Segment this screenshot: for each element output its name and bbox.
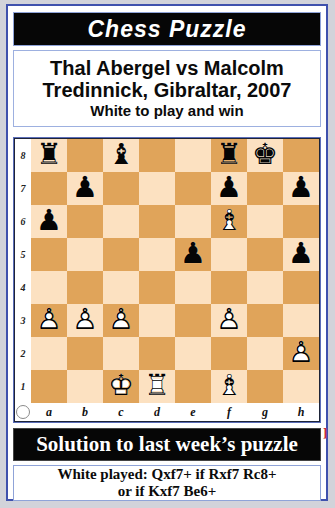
piece-black-king-g8: ♚ — [247, 139, 283, 172]
square-c3: ♟♙ — [103, 304, 139, 337]
puzzle-instruction: White to play and win — [90, 102, 243, 120]
solution-line-2: or if Kxf7 Be6+ — [118, 483, 217, 500]
square-h4 — [283, 271, 319, 304]
square-d8 — [139, 139, 175, 172]
rank-label-3: 3 — [15, 304, 31, 337]
square-c5 — [103, 238, 139, 271]
square-f8: ♜ — [211, 139, 247, 172]
board-corner-cell — [15, 403, 31, 421]
piece-black-pawn-h5: ♟ — [283, 238, 319, 271]
square-e1 — [175, 370, 211, 403]
square-d4 — [139, 271, 175, 304]
rank-label-5: 5 — [15, 238, 31, 271]
solution-text-box: White played: Qxf7+ if Rxf7 Rc8+ or if K… — [13, 465, 321, 501]
square-b1 — [67, 370, 103, 403]
square-d3 — [139, 304, 175, 337]
square-f1: ♝♗ — [211, 370, 247, 403]
file-label-c: c — [103, 403, 139, 421]
players-line-1: Thal Abergel vs Malcolm — [50, 57, 284, 79]
players-box: Thal Abergel vs Malcolm Tredinnick, Gibr… — [13, 50, 321, 127]
square-b6 — [67, 205, 103, 238]
square-e8 — [175, 139, 211, 172]
square-g4 — [247, 271, 283, 304]
file-label-d: d — [139, 403, 175, 421]
square-d7 — [139, 172, 175, 205]
solution-heading: Solution to last week’s puzzle — [36, 432, 298, 457]
square-g2 — [247, 337, 283, 370]
piece-black-pawn-e5: ♟ — [175, 238, 211, 271]
piece-black-bishop-c8: ♝ — [103, 139, 139, 172]
square-h2: ♟♙ — [283, 337, 319, 370]
red-artifact-mark: ] — [323, 426, 327, 441]
solution-bar: Solution to last week’s puzzle ] — [13, 428, 321, 461]
square-f6: ♝♗ — [211, 205, 247, 238]
square-c6 — [103, 205, 139, 238]
square-a4 — [31, 271, 67, 304]
rank-label-8: 8 — [15, 139, 31, 172]
piece-black-rook-f8: ♜ — [211, 139, 247, 172]
piece-black-pawn-b7: ♟ — [67, 172, 103, 205]
file-label-b: b — [67, 403, 103, 421]
square-a6: ♟ — [31, 205, 67, 238]
square-g3 — [247, 304, 283, 337]
square-e4 — [175, 271, 211, 304]
square-a3: ♟♙ — [31, 304, 67, 337]
square-a2 — [31, 337, 67, 370]
piece-black-pawn-f7: ♟ — [211, 172, 247, 205]
rank-label-2: 2 — [15, 337, 31, 370]
rank-label-1: 1 — [15, 370, 31, 403]
file-label-g: g — [247, 403, 283, 421]
square-a5 — [31, 238, 67, 271]
square-b3: ♟♙ — [67, 304, 103, 337]
square-c8: ♝ — [103, 139, 139, 172]
file-label-a: a — [31, 403, 67, 421]
piece-white-pawn-a3: ♟♙ — [31, 304, 67, 337]
square-h3 — [283, 304, 319, 337]
square-e3 — [175, 304, 211, 337]
square-b7: ♟ — [67, 172, 103, 205]
square-c1: ♚♔ — [103, 370, 139, 403]
square-h8 — [283, 139, 319, 172]
square-b8 — [67, 139, 103, 172]
file-label-f: f — [211, 403, 247, 421]
rank-label-7: 7 — [15, 172, 31, 205]
square-h6 — [283, 205, 319, 238]
square-e6 — [175, 205, 211, 238]
square-d1: ♜♖ — [139, 370, 175, 403]
square-g1 — [247, 370, 283, 403]
square-c7 — [103, 172, 139, 205]
square-b2 — [67, 337, 103, 370]
piece-white-rook-d1: ♜♖ — [139, 370, 175, 403]
square-d2 — [139, 337, 175, 370]
square-c4 — [103, 271, 139, 304]
square-f7: ♟ — [211, 172, 247, 205]
file-label-h: h — [283, 403, 319, 421]
rank-label-4: 4 — [15, 271, 31, 304]
players-line-2: Tredinnick, Gibraltar, 2007 — [42, 79, 291, 101]
square-g6 — [247, 205, 283, 238]
square-e2 — [175, 337, 211, 370]
piece-black-pawn-h7: ♟ — [283, 172, 319, 205]
piece-black-pawn-a6: ♟ — [31, 205, 67, 238]
square-h1 — [283, 370, 319, 403]
square-a8: ♜ — [31, 139, 67, 172]
piece-white-king-c1: ♚♔ — [103, 370, 139, 403]
title-bar: Chess Puzzle — [13, 12, 321, 46]
square-c2 — [103, 337, 139, 370]
piece-white-bishop-f6: ♝♗ — [211, 205, 247, 238]
side-to-move-indicator — [16, 405, 30, 419]
solution-line-1: White played: Qxf7+ if Rxf7 Rc8+ — [57, 466, 276, 483]
piece-white-pawn-b3: ♟♙ — [67, 304, 103, 337]
board-grid: 8♜♝♜♚7♟♟♟6♟♝♗5♟♟43♟♙♟♙♟♙♟♙2♟♙1♚♔♜♖♝♗abcd… — [15, 139, 319, 421]
square-a7 — [31, 172, 67, 205]
square-d5 — [139, 238, 175, 271]
square-e5: ♟ — [175, 238, 211, 271]
piece-white-pawn-h2: ♟♙ — [283, 337, 319, 370]
square-b5 — [67, 238, 103, 271]
page-title: Chess Puzzle — [88, 16, 247, 43]
square-g7 — [247, 172, 283, 205]
piece-white-pawn-c3: ♟♙ — [103, 304, 139, 337]
chess-board: 8♜♝♜♚7♟♟♟6♟♝♗5♟♟43♟♙♟♙♟♙♟♙2♟♙1♚♔♜♖♝♗abcd… — [14, 138, 320, 422]
piece-white-bishop-f1: ♝♗ — [211, 370, 247, 403]
square-b4 — [67, 271, 103, 304]
square-g8: ♚ — [247, 139, 283, 172]
square-f3: ♟♙ — [211, 304, 247, 337]
piece-white-pawn-f3: ♟♙ — [211, 304, 247, 337]
square-d6 — [139, 205, 175, 238]
square-e7 — [175, 172, 211, 205]
piece-black-rook-a8: ♜ — [31, 139, 67, 172]
file-label-e: e — [175, 403, 211, 421]
square-a1 — [31, 370, 67, 403]
square-h7: ♟ — [283, 172, 319, 205]
rank-label-6: 6 — [15, 205, 31, 238]
puzzle-card: Chess Puzzle Thal Abergel vs Malcolm Tre… — [6, 4, 328, 501]
square-h5: ♟ — [283, 238, 319, 271]
square-f4 — [211, 271, 247, 304]
square-f2 — [211, 337, 247, 370]
square-f5 — [211, 238, 247, 271]
square-g5 — [247, 238, 283, 271]
